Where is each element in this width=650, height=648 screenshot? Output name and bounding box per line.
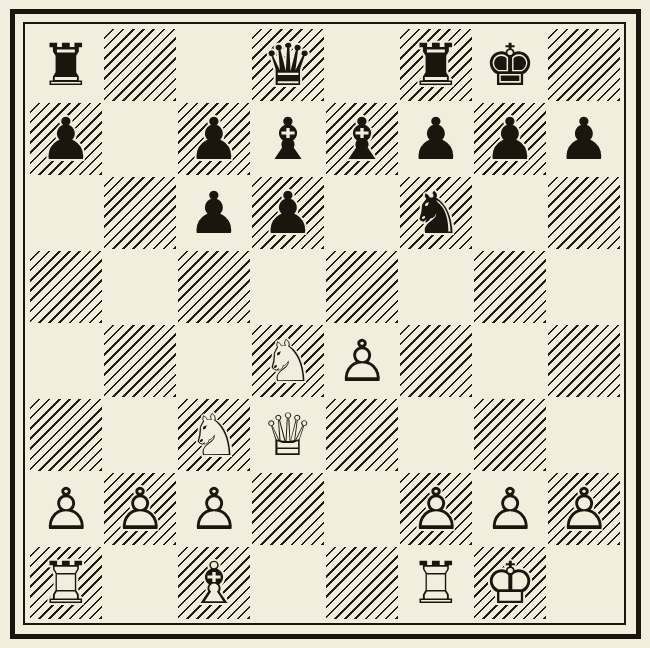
piece-backing: ♞ — [251, 324, 325, 398]
black-knight: ♞ — [399, 176, 473, 250]
square-a7: ♟♟ — [29, 102, 103, 176]
square-h6 — [547, 176, 621, 250]
piece-backing: ♟ — [177, 472, 251, 546]
square-d2 — [251, 472, 325, 546]
piece-backing: ♜ — [399, 28, 473, 102]
square-c7: ♟♟ — [177, 102, 251, 176]
piece-backing: ♟ — [29, 102, 103, 176]
black-pawn: ♟ — [473, 102, 547, 176]
black-pawn: ♟ — [547, 102, 621, 176]
piece-backing: ♝ — [177, 546, 251, 620]
white-knight: ♘ — [177, 398, 251, 472]
square-e1 — [325, 546, 399, 620]
white-knight: ♘ — [251, 324, 325, 398]
piece-backing: ♟ — [547, 102, 621, 176]
black-queen: ♛ — [251, 28, 325, 102]
piece-backing: ♟ — [473, 102, 547, 176]
square-a5 — [29, 250, 103, 324]
piece-backing: ♟ — [399, 102, 473, 176]
square-c1: ♝♗ — [177, 546, 251, 620]
square-f4 — [399, 324, 473, 398]
piece-backing: ♚ — [473, 546, 547, 620]
square-f1: ♜♖ — [399, 546, 473, 620]
piece-backing: ♟ — [29, 472, 103, 546]
white-pawn: ♙ — [399, 472, 473, 546]
square-e4: ♟♙ — [325, 324, 399, 398]
piece-backing: ♜ — [399, 546, 473, 620]
square-e3 — [325, 398, 399, 472]
piece-backing: ♟ — [103, 472, 177, 546]
square-b5 — [103, 250, 177, 324]
white-pawn: ♙ — [177, 472, 251, 546]
square-g7: ♟♟ — [473, 102, 547, 176]
square-d5 — [251, 250, 325, 324]
square-f5 — [399, 250, 473, 324]
piece-backing: ♝ — [251, 102, 325, 176]
square-h4 — [547, 324, 621, 398]
piece-backing: ♞ — [177, 398, 251, 472]
black-pawn: ♟ — [251, 176, 325, 250]
square-a1: ♜♖ — [29, 546, 103, 620]
square-a2: ♟♙ — [29, 472, 103, 546]
square-d6: ♟♟ — [251, 176, 325, 250]
square-c3: ♞♘ — [177, 398, 251, 472]
white-bishop: ♗ — [177, 546, 251, 620]
piece-backing: ♟ — [399, 472, 473, 546]
piece-backing: ♚ — [473, 28, 547, 102]
square-g1: ♚♔ — [473, 546, 547, 620]
square-h2: ♟♙ — [547, 472, 621, 546]
black-rook: ♜ — [29, 28, 103, 102]
square-c2: ♟♙ — [177, 472, 251, 546]
square-b6 — [103, 176, 177, 250]
square-h5 — [547, 250, 621, 324]
black-pawn: ♟ — [177, 176, 251, 250]
piece-backing: ♛ — [251, 28, 325, 102]
square-b2: ♟♙ — [103, 472, 177, 546]
white-pawn: ♙ — [547, 472, 621, 546]
square-f8: ♜♜ — [399, 28, 473, 102]
square-b3 — [103, 398, 177, 472]
square-g2: ♟♙ — [473, 472, 547, 546]
square-b1 — [103, 546, 177, 620]
square-d3: ♛♕ — [251, 398, 325, 472]
piece-backing: ♛ — [251, 398, 325, 472]
black-pawn: ♟ — [399, 102, 473, 176]
white-pawn: ♙ — [29, 472, 103, 546]
square-e2 — [325, 472, 399, 546]
square-e5 — [325, 250, 399, 324]
piece-backing: ♟ — [325, 324, 399, 398]
piece-backing: ♟ — [177, 176, 251, 250]
white-pawn: ♙ — [103, 472, 177, 546]
piece-backing: ♞ — [399, 176, 473, 250]
piece-backing: ♟ — [177, 102, 251, 176]
square-e8 — [325, 28, 399, 102]
book-page: ♜♜♛♛♜♜♚♚♟♟♟♟♝♝♝♝♟♟♟♟♟♟♟♟♟♟♞♞♞♘♟♙♞♘♛♕♟♙♟♙… — [0, 0, 650, 648]
piece-backing: ♟ — [473, 472, 547, 546]
square-b4 — [103, 324, 177, 398]
white-king: ♔ — [473, 546, 547, 620]
square-g8: ♚♚ — [473, 28, 547, 102]
white-rook: ♖ — [399, 546, 473, 620]
square-c4 — [177, 324, 251, 398]
square-d7: ♝♝ — [251, 102, 325, 176]
piece-backing: ♜ — [29, 546, 103, 620]
white-queen: ♕ — [251, 398, 325, 472]
square-g3 — [473, 398, 547, 472]
black-king: ♚ — [473, 28, 547, 102]
piece-backing: ♝ — [325, 102, 399, 176]
square-g6 — [473, 176, 547, 250]
square-d8: ♛♛ — [251, 28, 325, 102]
square-h8 — [547, 28, 621, 102]
square-f3 — [399, 398, 473, 472]
square-a3 — [29, 398, 103, 472]
black-bishop: ♝ — [325, 102, 399, 176]
piece-backing: ♟ — [547, 472, 621, 546]
chess-board: ♜♜♛♛♜♜♚♚♟♟♟♟♝♝♝♝♟♟♟♟♟♟♟♟♟♟♞♞♞♘♟♙♞♘♛♕♟♙♟♙… — [29, 28, 621, 620]
black-pawn: ♟ — [29, 102, 103, 176]
square-d1 — [251, 546, 325, 620]
square-b7 — [103, 102, 177, 176]
square-a6 — [29, 176, 103, 250]
square-f6: ♞♞ — [399, 176, 473, 250]
piece-backing: ♟ — [251, 176, 325, 250]
square-f7: ♟♟ — [399, 102, 473, 176]
black-bishop: ♝ — [251, 102, 325, 176]
white-pawn: ♙ — [473, 472, 547, 546]
square-e6 — [325, 176, 399, 250]
black-rook: ♜ — [399, 28, 473, 102]
square-d4: ♞♘ — [251, 324, 325, 398]
square-g4 — [473, 324, 547, 398]
square-c8 — [177, 28, 251, 102]
square-a8: ♜♜ — [29, 28, 103, 102]
white-rook: ♖ — [29, 546, 103, 620]
square-h7: ♟♟ — [547, 102, 621, 176]
square-a4 — [29, 324, 103, 398]
square-h3 — [547, 398, 621, 472]
square-h1 — [547, 546, 621, 620]
black-pawn: ♟ — [177, 102, 251, 176]
square-c5 — [177, 250, 251, 324]
square-b8 — [103, 28, 177, 102]
square-c6: ♟♟ — [177, 176, 251, 250]
square-f2: ♟♙ — [399, 472, 473, 546]
white-pawn: ♙ — [325, 324, 399, 398]
square-e7: ♝♝ — [325, 102, 399, 176]
square-g5 — [473, 250, 547, 324]
piece-backing: ♜ — [29, 28, 103, 102]
